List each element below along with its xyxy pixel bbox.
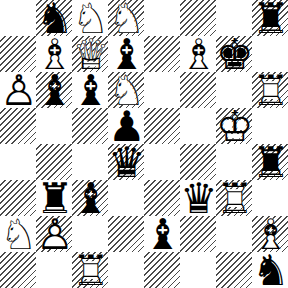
square-c3[interactable]: ♝ (72, 180, 108, 216)
piece-black-king: ♚ (216, 36, 252, 72)
piece-white-knight: ♞♘ (0, 216, 36, 252)
square-h1[interactable]: ♞ (252, 252, 288, 288)
square-d4[interactable]: ♛ (108, 144, 144, 180)
square-c7[interactable]: ♛♕ (72, 36, 108, 72)
square-g5[interactable]: ♚♔ (216, 108, 252, 144)
square-h2[interactable]: ♝♗ (252, 216, 288, 252)
square-b4[interactable] (36, 144, 72, 180)
piece-white-rook: ♜♖ (216, 180, 252, 216)
piece-black-queen: ♛ (108, 144, 144, 180)
square-h7[interactable] (252, 36, 288, 72)
square-e2[interactable]: ♝ (144, 216, 180, 252)
piece-white-bishop: ♝♗ (180, 36, 216, 72)
square-a7[interactable] (0, 36, 36, 72)
square-f8[interactable] (180, 0, 216, 36)
piece-black-queen: ♛ (180, 180, 216, 216)
piece-white-bishop: ♝♗ (252, 216, 288, 252)
square-a5[interactable] (0, 108, 36, 144)
piece-black-bishop: ♝ (108, 36, 144, 72)
square-e5[interactable] (144, 108, 180, 144)
piece-black-pawn: ♟ (108, 108, 144, 144)
square-g7[interactable]: ♚ (216, 36, 252, 72)
piece-black-rook: ♜ (252, 0, 288, 36)
piece-white-rook: ♜♖ (252, 72, 288, 108)
square-d5[interactable]: ♟ (108, 108, 144, 144)
piece-white-bishop: ♝♗ (36, 36, 72, 72)
square-h6[interactable]: ♜♖ (252, 72, 288, 108)
square-e1[interactable] (144, 252, 180, 288)
square-a3[interactable] (0, 180, 36, 216)
piece-white-queen: ♛♕ (72, 36, 108, 72)
piece-white-knight: ♞♘ (72, 0, 108, 36)
square-f3[interactable]: ♛ (180, 180, 216, 216)
square-b7[interactable]: ♝♗ (36, 36, 72, 72)
piece-white-pawn: ♟♙ (0, 72, 36, 108)
piece-black-rook: ♜ (36, 180, 72, 216)
square-d3[interactable] (108, 180, 144, 216)
square-f6[interactable] (180, 72, 216, 108)
square-f7[interactable]: ♝♗ (180, 36, 216, 72)
square-c6[interactable]: ♝ (72, 72, 108, 108)
square-a4[interactable] (0, 144, 36, 180)
square-h5[interactable] (252, 108, 288, 144)
square-f4[interactable] (180, 144, 216, 180)
square-a2[interactable]: ♞♘ (0, 216, 36, 252)
square-d7[interactable]: ♝ (108, 36, 144, 72)
square-c2[interactable] (72, 216, 108, 252)
square-g3[interactable]: ♜♖ (216, 180, 252, 216)
square-e4[interactable] (144, 144, 180, 180)
chess-diagram: ♞♞♘♞♘♜♝♗♛♕♝♝♗♚♟♙♝♝♞♘♜♖♟♚♔♛♜♜♝♛♜♖♞♘♟♙♝♝♗♜… (0, 0, 288, 288)
square-h4[interactable]: ♜ (252, 144, 288, 180)
chess-board: ♞♞♘♞♘♜♝♗♛♕♝♝♗♚♟♙♝♝♞♘♜♖♟♚♔♛♜♜♝♛♜♖♞♘♟♙♝♝♗♜… (0, 0, 288, 288)
piece-white-king: ♚♔ (216, 108, 252, 144)
square-f1[interactable] (180, 252, 216, 288)
piece-black-knight: ♞ (252, 252, 288, 288)
piece-white-pawn: ♟♙ (36, 216, 72, 252)
square-b1[interactable] (36, 252, 72, 288)
square-d2[interactable] (108, 216, 144, 252)
piece-black-bishop: ♝ (72, 180, 108, 216)
square-d8[interactable]: ♞♘ (108, 0, 144, 36)
square-a1[interactable] (0, 252, 36, 288)
square-b3[interactable]: ♜ (36, 180, 72, 216)
square-c8[interactable]: ♞♘ (72, 0, 108, 36)
piece-black-bishop: ♝ (144, 216, 180, 252)
piece-black-rook: ♜ (252, 144, 288, 180)
square-e8[interactable] (144, 0, 180, 36)
square-b6[interactable]: ♝ (36, 72, 72, 108)
piece-white-rook: ♜♖ (72, 252, 108, 288)
piece-white-knight: ♞♘ (108, 72, 144, 108)
piece-black-bishop: ♝ (36, 72, 72, 108)
square-d6[interactable]: ♞♘ (108, 72, 144, 108)
square-d1[interactable] (108, 252, 144, 288)
square-b8[interactable]: ♞ (36, 0, 72, 36)
square-a8[interactable] (0, 0, 36, 36)
square-e7[interactable] (144, 36, 180, 72)
square-e3[interactable] (144, 180, 180, 216)
piece-black-knight: ♞ (36, 0, 72, 36)
square-c1[interactable]: ♜♖ (72, 252, 108, 288)
square-g2[interactable] (216, 216, 252, 252)
square-h8[interactable]: ♜ (252, 0, 288, 36)
square-f2[interactable] (180, 216, 216, 252)
square-a6[interactable]: ♟♙ (0, 72, 36, 108)
piece-white-knight: ♞♘ (108, 0, 144, 36)
piece-black-bishop: ♝ (72, 72, 108, 108)
square-e6[interactable] (144, 72, 180, 108)
square-c4[interactable] (72, 144, 108, 180)
square-f5[interactable] (180, 108, 216, 144)
square-g6[interactable] (216, 72, 252, 108)
square-b5[interactable] (36, 108, 72, 144)
square-g1[interactable] (216, 252, 252, 288)
square-b2[interactable]: ♟♙ (36, 216, 72, 252)
square-h3[interactable] (252, 180, 288, 216)
square-c5[interactable] (72, 108, 108, 144)
square-g4[interactable] (216, 144, 252, 180)
square-g8[interactable] (216, 0, 252, 36)
